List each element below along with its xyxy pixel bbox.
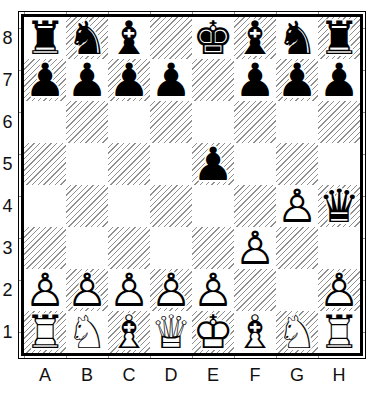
rank-label-6: 6 — [0, 101, 15, 143]
white-rook[interactable]: ♜♖ — [318, 311, 360, 353]
black-queen[interactable]: ♛♛ — [318, 185, 360, 227]
square-b1[interactable]: ♞♘ — [66, 311, 108, 353]
file-label-c: C — [108, 361, 150, 389]
square-h6[interactable] — [318, 101, 360, 143]
square-g3[interactable] — [276, 227, 318, 269]
square-g1[interactable]: ♞♘ — [276, 311, 318, 353]
square-e4[interactable] — [192, 185, 234, 227]
white-knight[interactable]: ♞♘ — [66, 311, 108, 353]
square-b6[interactable] — [66, 101, 108, 143]
piece-glyph: ♗ — [234, 311, 276, 353]
piece-glyph: ♚ — [192, 17, 234, 59]
black-pawn[interactable]: ♟♟ — [192, 143, 234, 185]
black-pawn[interactable]: ♟♟ — [150, 59, 192, 101]
square-e1[interactable]: ♚♔ — [192, 311, 234, 353]
square-a7[interactable]: ♟♟ — [24, 59, 66, 101]
piece-glyph: ♟ — [150, 59, 192, 101]
piece-glyph: ♛ — [318, 185, 360, 227]
chess-diagram: 8 7 6 5 4 3 2 1 ♜♜♞♞♝♝♚♚♝♝♞♞♜♜♟♟♟♟♟♟♟♟♟♟… — [0, 0, 387, 394]
square-e8[interactable]: ♚♚ — [192, 17, 234, 59]
file-label-b: B — [66, 361, 108, 389]
piece-glyph: ♟ — [24, 59, 66, 101]
white-king[interactable]: ♚♔ — [192, 311, 234, 353]
black-pawn[interactable]: ♟♟ — [66, 59, 108, 101]
rank-labels: 8 7 6 5 4 3 2 1 — [0, 17, 15, 353]
square-d5[interactable] — [150, 143, 192, 185]
square-b7[interactable]: ♟♟ — [66, 59, 108, 101]
rank-label-5: 5 — [0, 143, 15, 185]
square-d7[interactable]: ♟♟ — [150, 59, 192, 101]
piece-glyph: ♖ — [24, 311, 66, 353]
piece-glyph: ♟ — [276, 59, 318, 101]
square-c1[interactable]: ♝♗ — [108, 311, 150, 353]
square-h1[interactable]: ♜♖ — [318, 311, 360, 353]
square-d6[interactable] — [150, 101, 192, 143]
piece-glyph: ♙ — [276, 185, 318, 227]
piece-glyph: ♘ — [66, 311, 108, 353]
square-a4[interactable] — [24, 185, 66, 227]
black-pawn[interactable]: ♟♟ — [108, 59, 150, 101]
square-b4[interactable] — [66, 185, 108, 227]
square-b5[interactable] — [66, 143, 108, 185]
square-f7[interactable]: ♟♟ — [234, 59, 276, 101]
file-label-f: F — [234, 361, 276, 389]
square-h7[interactable]: ♟♟ — [318, 59, 360, 101]
piece-glyph: ♖ — [318, 311, 360, 353]
square-e7[interactable] — [192, 59, 234, 101]
piece-glyph: ♘ — [276, 311, 318, 353]
black-pawn[interactable]: ♟♟ — [276, 59, 318, 101]
piece-glyph: ♟ — [108, 59, 150, 101]
square-e5[interactable]: ♟♟ — [192, 143, 234, 185]
black-pawn[interactable]: ♟♟ — [234, 59, 276, 101]
file-label-d: D — [150, 361, 192, 389]
square-f1[interactable]: ♝♗ — [234, 311, 276, 353]
rank-label-1: 1 — [0, 311, 15, 353]
square-c6[interactable] — [108, 101, 150, 143]
piece-glyph: ♟ — [318, 59, 360, 101]
white-knight[interactable]: ♞♘ — [276, 311, 318, 353]
piece-glyph: ♟ — [66, 59, 108, 101]
rank-label-8: 8 — [0, 17, 15, 59]
square-d1[interactable]: ♛♕ — [150, 311, 192, 353]
square-c5[interactable] — [108, 143, 150, 185]
rank-label-3: 3 — [0, 227, 15, 269]
white-bishop[interactable]: ♝♗ — [234, 311, 276, 353]
rank-label-2: 2 — [0, 269, 15, 311]
board-border: ♜♜♞♞♝♝♚♚♝♝♞♞♜♜♟♟♟♟♟♟♟♟♟♟♟♟♟♟♟♟♟♙♛♛♟♙♟♙♟♙… — [21, 14, 363, 356]
black-pawn[interactable]: ♟♟ — [318, 59, 360, 101]
square-c4[interactable] — [108, 185, 150, 227]
rank-label-4: 4 — [0, 185, 15, 227]
piece-glyph: ♕ — [150, 311, 192, 353]
piece-glyph: ♔ — [192, 311, 234, 353]
square-g7[interactable]: ♟♟ — [276, 59, 318, 101]
black-king[interactable]: ♚♚ — [192, 17, 234, 59]
file-label-h: H — [318, 361, 360, 389]
white-pawn[interactable]: ♟♙ — [234, 227, 276, 269]
square-d4[interactable] — [150, 185, 192, 227]
square-a6[interactable] — [24, 101, 66, 143]
file-label-a: A — [24, 361, 66, 389]
piece-glyph: ♟ — [234, 59, 276, 101]
piece-glyph: ♟ — [192, 143, 234, 185]
file-label-g: G — [276, 361, 318, 389]
file-label-e: E — [192, 361, 234, 389]
rank-label-7: 7 — [0, 59, 15, 101]
square-f5[interactable] — [234, 143, 276, 185]
square-f3[interactable]: ♟♙ — [234, 227, 276, 269]
square-a1[interactable]: ♜♖ — [24, 311, 66, 353]
square-g4[interactable]: ♟♙ — [276, 185, 318, 227]
piece-glyph: ♗ — [108, 311, 150, 353]
piece-glyph: ♙ — [234, 227, 276, 269]
white-bishop[interactable]: ♝♗ — [108, 311, 150, 353]
square-f6[interactable] — [234, 101, 276, 143]
white-queen[interactable]: ♛♕ — [150, 311, 192, 353]
black-pawn[interactable]: ♟♟ — [24, 59, 66, 101]
square-h4[interactable]: ♛♛ — [318, 185, 360, 227]
square-g6[interactable] — [276, 101, 318, 143]
square-c7[interactable]: ♟♟ — [108, 59, 150, 101]
square-a5[interactable] — [24, 143, 66, 185]
chess-board: ♜♜♞♞♝♝♚♚♝♝♞♞♜♜♟♟♟♟♟♟♟♟♟♟♟♟♟♟♟♟♟♙♛♛♟♙♟♙♟♙… — [24, 17, 360, 353]
file-labels: A B C D E F G H — [24, 361, 360, 389]
board-frame: ♜♜♞♞♝♝♚♚♝♝♞♞♜♜♟♟♟♟♟♟♟♟♟♟♟♟♟♟♟♟♟♙♛♛♟♙♟♙♟♙… — [18, 11, 366, 359]
white-rook[interactable]: ♜♖ — [24, 311, 66, 353]
white-pawn[interactable]: ♟♙ — [276, 185, 318, 227]
